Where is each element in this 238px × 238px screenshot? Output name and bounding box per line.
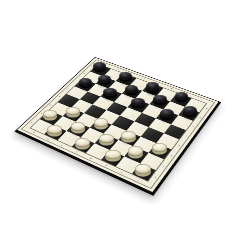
black-checker-piece[interactable] [103,88,117,96]
black-checker-piece[interactable] [153,95,167,104]
white-checker-piece[interactable] [47,125,62,134]
black-checker-piece[interactable] [131,98,145,107]
black-checker-piece[interactable] [125,85,138,93]
black-checker-piece[interactable] [183,106,197,115]
white-checker-piece[interactable] [121,131,136,140]
white-checker-piece[interactable] [75,138,90,147]
white-checker-piece[interactable] [71,122,86,131]
black-checker-piece[interactable] [98,75,111,83]
black-checker-piece[interactable] [146,82,159,90]
white-checker-piece[interactable] [94,118,108,127]
white-checker-piece[interactable] [135,164,151,174]
black-checker-piece[interactable] [119,72,132,80]
white-checker-piece[interactable] [152,143,167,152]
black-checker-piece[interactable] [79,78,92,86]
pieces-layer [0,0,238,238]
white-checker-piece[interactable] [66,107,80,116]
black-checker-piece[interactable] [93,62,106,70]
photo-stage [0,0,238,238]
white-checker-piece[interactable] [99,134,114,143]
black-checker-piece[interactable] [160,109,174,118]
black-checker-piece[interactable] [175,92,189,101]
white-checker-piece[interactable] [128,146,143,156]
white-checker-piece[interactable] [105,150,120,160]
white-checker-piece[interactable] [43,110,57,119]
